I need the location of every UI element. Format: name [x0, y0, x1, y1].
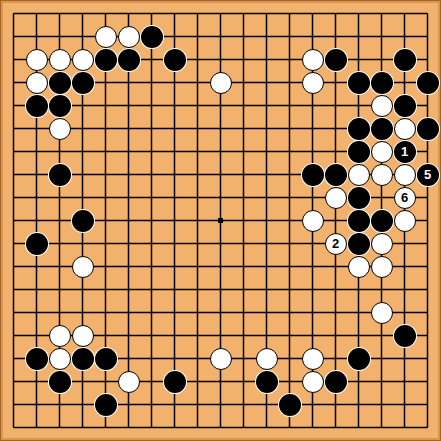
board-point [370, 71, 393, 94]
black-stone [348, 348, 370, 370]
white-stone [394, 118, 416, 140]
stones-layer: 1562 [2, 2, 439, 439]
board-point [393, 163, 416, 186]
black-stone [26, 233, 48, 255]
white-stone [325, 187, 347, 209]
board-point [370, 140, 393, 163]
black-stone [348, 187, 370, 209]
white-stone [394, 210, 416, 232]
board-point [71, 255, 94, 278]
black-stone [394, 49, 416, 71]
white-stone [210, 72, 232, 94]
board-point [301, 48, 324, 71]
board-point [48, 71, 71, 94]
white-stone [210, 348, 232, 370]
white-stone [371, 302, 393, 324]
go-diagram: 1562 [0, 0, 441, 441]
white-stone [118, 26, 140, 48]
black-stone [325, 49, 347, 71]
white-stone [302, 210, 324, 232]
board-point [163, 48, 186, 71]
board-point [416, 71, 439, 94]
white-stone [371, 95, 393, 117]
board-point [117, 25, 140, 48]
board-point [347, 255, 370, 278]
white-stone [72, 256, 94, 278]
black-stone [72, 210, 94, 232]
board-point [278, 393, 301, 416]
black-stone [348, 118, 370, 140]
board-point [301, 370, 324, 393]
board-point [25, 71, 48, 94]
board-point [163, 370, 186, 393]
board-point [393, 324, 416, 347]
board-point [301, 163, 324, 186]
board-point [416, 117, 439, 140]
black-stone [325, 164, 347, 186]
board-point [209, 71, 232, 94]
board-point [347, 71, 370, 94]
black-stone [49, 72, 71, 94]
board-point [94, 347, 117, 370]
board-point [393, 117, 416, 140]
white-stone [26, 49, 48, 71]
white-stone [72, 49, 94, 71]
board-point [347, 209, 370, 232]
black-stone [325, 371, 347, 393]
white-stone [49, 49, 71, 71]
board-point: 1 [393, 140, 416, 163]
board-point [370, 94, 393, 117]
black-stone [49, 164, 71, 186]
board-point [25, 347, 48, 370]
white-stone [118, 371, 140, 393]
board-point [347, 140, 370, 163]
board-point: 2 [324, 232, 347, 255]
board-point: 6 [393, 186, 416, 209]
board-point [324, 370, 347, 393]
black-stone [371, 118, 393, 140]
board-point [48, 48, 71, 71]
black-stone [164, 49, 186, 71]
board-point [25, 48, 48, 71]
black-stone [371, 210, 393, 232]
white-stone [302, 371, 324, 393]
board-point [48, 347, 71, 370]
board-point [370, 117, 393, 140]
board-point [255, 347, 278, 370]
white-stone [302, 348, 324, 370]
board-point [347, 163, 370, 186]
black-stone [348, 233, 370, 255]
board-point [94, 393, 117, 416]
board-point [370, 255, 393, 278]
board-point [48, 163, 71, 186]
black-stone [26, 348, 48, 370]
board-point [48, 324, 71, 347]
board-point [94, 25, 117, 48]
white-stone [371, 233, 393, 255]
black-stone [256, 371, 278, 393]
board-point [393, 94, 416, 117]
board-point [25, 232, 48, 255]
white-stone-move-6: 6 [394, 187, 416, 209]
board-point [71, 209, 94, 232]
black-stone [394, 325, 416, 347]
white-stone [95, 26, 117, 48]
board-point [370, 209, 393, 232]
board-point [71, 347, 94, 370]
board-point [48, 370, 71, 393]
white-stone [49, 118, 71, 140]
white-stone [72, 325, 94, 347]
board-point [140, 25, 163, 48]
board-point [370, 163, 393, 186]
black-stone [49, 95, 71, 117]
board-point [301, 71, 324, 94]
black-stone [95, 348, 117, 370]
white-stone [26, 72, 48, 94]
black-stone [118, 49, 140, 71]
board-point [71, 48, 94, 71]
white-stone [302, 72, 324, 94]
board-point [347, 232, 370, 255]
board-point [347, 186, 370, 209]
board-point [48, 94, 71, 117]
board-point [324, 163, 347, 186]
white-stone [348, 164, 370, 186]
board-point [324, 186, 347, 209]
board-point [393, 209, 416, 232]
white-stone [49, 325, 71, 347]
white-stone [348, 256, 370, 278]
board-point [324, 48, 347, 71]
board-point: 5 [416, 163, 439, 186]
black-stone-move-1: 1 [394, 141, 416, 163]
board-point [255, 370, 278, 393]
white-stone-move-2: 2 [325, 233, 347, 255]
board-point [117, 370, 140, 393]
black-stone [348, 210, 370, 232]
black-stone [348, 141, 370, 163]
black-stone [279, 394, 301, 416]
black-stone-move-5: 5 [417, 164, 439, 186]
white-stone [302, 49, 324, 71]
black-stone [95, 394, 117, 416]
board-point [347, 347, 370, 370]
white-stone [371, 164, 393, 186]
black-stone [72, 348, 94, 370]
board-point [25, 94, 48, 117]
black-stone [417, 118, 439, 140]
black-stone [26, 95, 48, 117]
board-point [94, 48, 117, 71]
board-point [71, 324, 94, 347]
board-point [370, 232, 393, 255]
black-stone [371, 72, 393, 94]
black-stone [164, 371, 186, 393]
board-point [117, 48, 140, 71]
white-stone [371, 256, 393, 278]
white-stone [371, 141, 393, 163]
board-point [301, 347, 324, 370]
black-stone [417, 72, 439, 94]
white-stone [256, 348, 278, 370]
board-point [48, 117, 71, 140]
board-point [71, 71, 94, 94]
board-point [393, 48, 416, 71]
black-stone [348, 72, 370, 94]
black-stone [49, 371, 71, 393]
black-stone [394, 95, 416, 117]
go-board[interactable]: 1562 [0, 0, 441, 441]
black-stone [95, 49, 117, 71]
black-stone [72, 72, 94, 94]
black-stone [141, 26, 163, 48]
white-stone [394, 164, 416, 186]
board-point [347, 117, 370, 140]
black-stone [302, 164, 324, 186]
board-point [370, 301, 393, 324]
white-stone [49, 348, 71, 370]
board-point [209, 347, 232, 370]
board-point [301, 209, 324, 232]
